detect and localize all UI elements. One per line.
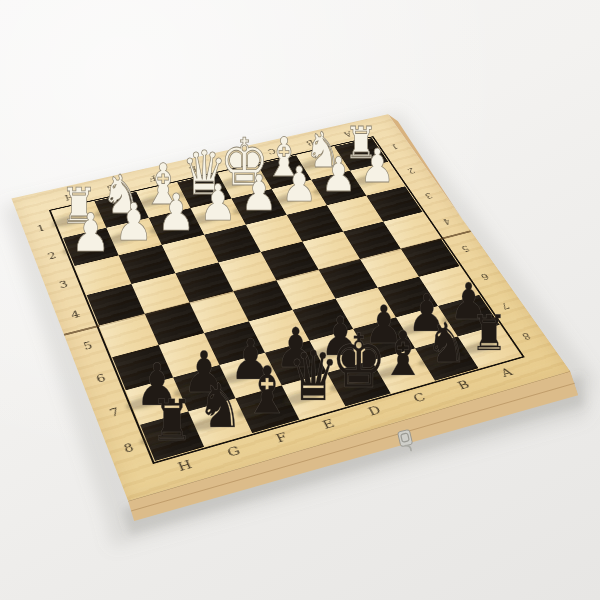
piece-black-rook[interactable]: ♜ bbox=[471, 305, 508, 362]
piece-white-pawn[interactable]: ♟ bbox=[71, 202, 111, 264]
piece-white-pawn[interactable]: ♟ bbox=[240, 165, 277, 222]
piece-black-king[interactable]: ♚ bbox=[331, 318, 387, 405]
piece-black-knight[interactable]: ♞ bbox=[197, 369, 243, 440]
piece-black-knight[interactable]: ♞ bbox=[426, 310, 468, 375]
piece-white-pawn[interactable]: ♟ bbox=[199, 174, 237, 232]
piece-white-pawn[interactable]: ♟ bbox=[281, 156, 317, 212]
piece-black-bishop[interactable]: ♝ bbox=[380, 318, 426, 388]
piece-white-pawn[interactable]: ♟ bbox=[321, 147, 357, 202]
piece-white-pawn[interactable]: ♟ bbox=[360, 139, 395, 193]
piece-white-pawn[interactable]: ♟ bbox=[114, 193, 153, 253]
scene: HHGGFFEEDDCCBBAA1122334455667788 ♜♞♝♛♚♝♞… bbox=[0, 0, 600, 600]
piece-black-rook[interactable]: ♜ bbox=[151, 387, 194, 453]
piece-black-bishop[interactable]: ♝ bbox=[243, 353, 292, 429]
piece-white-pawn[interactable]: ♟ bbox=[157, 182, 195, 242]
pieces-layer: ♜♞♝♛♚♝♞♜♟♟♟♟♟♟♟♟♟♟♟♟♟♟♟♟♜♞♝♛♚♝♞♜ bbox=[0, 0, 600, 600]
